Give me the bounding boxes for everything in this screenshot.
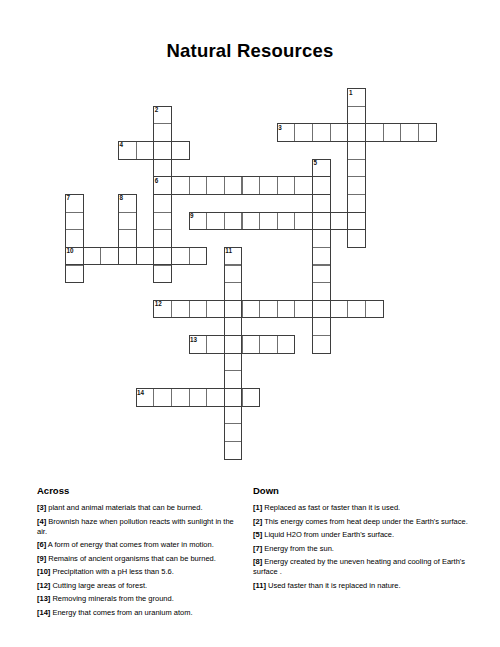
clue-down-7: [7] Energy from the sun. [253, 544, 469, 554]
grid-cell[interactable] [206, 300, 225, 319]
grid-cell[interactable] [242, 388, 261, 407]
clue-label: [10] [37, 567, 50, 576]
clue-text: A form of energy that comes from water i… [48, 540, 214, 549]
grid-cell[interactable] [153, 212, 172, 231]
grid-cell[interactable] [312, 265, 331, 284]
clue-label: [7] [253, 544, 262, 553]
grid-cell[interactable] [365, 123, 384, 142]
grid-cell[interactable] [153, 229, 172, 248]
grid-cell[interactable] [312, 159, 331, 178]
grid-cell[interactable] [224, 317, 243, 336]
grid-cell[interactable] [312, 194, 331, 213]
grid-cell[interactable] [224, 247, 243, 266]
grid-cell[interactable] [118, 194, 137, 213]
grid-cell[interactable] [171, 141, 190, 160]
clue-text: Energy created by the uneven heating and… [253, 557, 465, 576]
grid-cell[interactable] [136, 141, 155, 160]
grid-cell[interactable] [312, 300, 331, 319]
page: Natural Resources 1234567891011121314 Ac… [0, 0, 500, 647]
clue-across-6: [6] A form of energy that comes from wat… [37, 540, 245, 550]
grid-cell[interactable] [259, 212, 278, 231]
grid-cell[interactable] [118, 247, 137, 266]
grid-cell[interactable] [189, 335, 208, 354]
grid-cell[interactable] [259, 176, 278, 195]
grid-cell[interactable] [171, 388, 190, 407]
grid-cell[interactable] [312, 335, 331, 354]
clue-down-5: [5] Liquid H2O from under Earth's surfac… [253, 530, 469, 540]
grid-cell[interactable] [189, 176, 208, 195]
grid-cell[interactable] [118, 141, 137, 160]
clue-text: Energy that comes from an uranium atom. [52, 608, 192, 617]
grid-cell[interactable] [277, 212, 296, 231]
grid-cell[interactable] [312, 317, 331, 336]
clue-label: [4] [37, 517, 46, 526]
grid-cell[interactable] [65, 194, 84, 213]
grid-cell[interactable] [312, 229, 331, 248]
grid-cell[interactable] [312, 212, 331, 231]
grid-cell[interactable] [347, 141, 366, 160]
grid-cell[interactable] [189, 212, 208, 231]
across-header: Across [37, 486, 245, 496]
grid-cell[interactable] [153, 123, 172, 142]
grid-cell[interactable] [153, 159, 172, 178]
grid-cell[interactable] [224, 176, 243, 195]
grid-cell[interactable] [224, 406, 243, 425]
puzzle-title: Natural Resources [0, 40, 500, 62]
clue-text: Liquid H2O from under Earth's surface. [264, 530, 394, 539]
grid-cell[interactable] [206, 388, 225, 407]
grid-cell[interactable] [224, 265, 243, 284]
grid-cell[interactable] [224, 370, 243, 389]
grid-cell[interactable] [383, 123, 402, 142]
clue-text: Replaced as fast or faster than it is us… [264, 503, 400, 512]
clue-label: [9] [37, 554, 46, 563]
grid-cell[interactable] [330, 300, 349, 319]
grid-cell[interactable] [153, 265, 172, 284]
grid-cell[interactable] [224, 212, 243, 231]
grid-cell[interactable] [242, 300, 261, 319]
grid-cell[interactable] [224, 423, 243, 442]
grid-cell[interactable] [65, 265, 84, 284]
grid-cell[interactable] [259, 300, 278, 319]
grid-cell[interactable] [224, 353, 243, 372]
grid-cell[interactable] [83, 247, 102, 266]
grid-cell[interactable] [153, 106, 172, 125]
grid-cell[interactable] [347, 88, 366, 107]
grid-cell[interactable] [224, 388, 243, 407]
grid-cell[interactable] [171, 176, 190, 195]
grid-cell[interactable] [118, 212, 137, 231]
clue-text: This energy comes from heat deep under t… [264, 517, 468, 526]
grid-cell[interactable] [347, 106, 366, 125]
grid-cell[interactable] [189, 247, 208, 266]
clue-label: [11] [253, 581, 266, 590]
clue-label: [14] [37, 608, 50, 617]
grid-cell[interactable] [100, 247, 119, 266]
grid-cell[interactable] [277, 300, 296, 319]
grid-cell[interactable] [65, 212, 84, 231]
grid-cell[interactable] [65, 229, 84, 248]
clue-across-14: [14] Energy that comes from an uranium a… [37, 608, 245, 618]
clue-label: [2] [253, 517, 262, 526]
grid-cell[interactable] [294, 212, 313, 231]
grid-cell[interactable] [242, 176, 261, 195]
grid-cell[interactable] [294, 176, 313, 195]
grid-cell[interactable] [224, 335, 243, 354]
clue-across-10: [10] Precipitation with a pH less than 5… [37, 567, 245, 577]
grid-cell[interactable] [277, 123, 296, 142]
clue-text: Removing minerals from the ground. [52, 594, 173, 603]
clue-across-12: [12] Cutting large areas of forest. [37, 581, 245, 591]
clue-down-2: [2] This energy comes from heat deep und… [253, 517, 469, 527]
grid-cell[interactable] [312, 123, 331, 142]
grid-cell[interactable] [65, 247, 84, 266]
clue-text: Precipitation with a pH less than 5.6. [52, 567, 173, 576]
grid-cell[interactable] [206, 176, 225, 195]
grid-cell[interactable] [347, 300, 366, 319]
grid-cell[interactable] [347, 123, 366, 142]
grid-cell[interactable] [330, 212, 349, 231]
grid-cell[interactable] [347, 176, 366, 195]
grid-cell[interactable] [206, 212, 225, 231]
grid-cell[interactable] [400, 123, 419, 142]
clue-label: [1] [253, 503, 262, 512]
grid-cell[interactable] [136, 247, 155, 266]
clue-down-8: [8] Energy created by the uneven heating… [253, 557, 469, 577]
grid-cell[interactable] [294, 123, 313, 142]
grid-cell[interactable] [277, 335, 296, 354]
clue-across-9: [9] Remains of ancient organisms that ca… [37, 554, 245, 564]
clue-text: Brownish haze when pollution reacts with… [37, 517, 234, 536]
clue-text: Remains of ancient organisms that can be… [48, 554, 216, 563]
grid-cell[interactable] [118, 229, 137, 248]
clue-across-4: [4] Brownish haze when pollution reacts … [37, 517, 245, 537]
grid-cell[interactable] [347, 194, 366, 213]
clue-label: [8] [253, 557, 262, 566]
grid-cell[interactable] [294, 300, 313, 319]
clue-label: [6] [37, 540, 46, 549]
clue-text: Cutting large areas of forest. [52, 581, 147, 590]
grid-cell[interactable] [224, 282, 243, 301]
grid-cell[interactable] [153, 247, 172, 266]
clue-label: [3] [37, 503, 46, 512]
clue-across-3: [3] plant and animal materials that can … [37, 503, 245, 513]
grid-cell[interactable] [136, 388, 155, 407]
clue-text: Energy from the sun. [264, 544, 334, 553]
grid-cell[interactable] [224, 300, 243, 319]
grid-cell[interactable] [347, 212, 366, 231]
clue-text: plant and animal materials that can be b… [48, 503, 202, 512]
grid-cell[interactable] [153, 141, 172, 160]
grid-cell[interactable] [365, 300, 384, 319]
grid-cell[interactable] [153, 176, 172, 195]
grid-cell[interactable] [189, 388, 208, 407]
grid-cell[interactable] [224, 441, 243, 460]
grid-cell[interactable] [312, 247, 331, 266]
crossword-grid: 1234567891011121314 [65, 88, 437, 460]
clue-label: [5] [253, 530, 262, 539]
down-header: Down [253, 486, 469, 496]
grid-cell[interactable] [259, 335, 278, 354]
grid-cell[interactable] [347, 229, 366, 248]
grid-cell[interactable] [206, 335, 225, 354]
grid-cell[interactable] [312, 282, 331, 301]
grid-cell[interactable] [171, 300, 190, 319]
grid-cell[interactable] [242, 212, 261, 231]
grid-cell[interactable] [153, 388, 172, 407]
grid-cell[interactable] [242, 335, 261, 354]
clue-across-13: [13] Removing minerals from the ground. [37, 594, 245, 604]
clue-text: Used faster than it is replaced in natur… [268, 581, 401, 590]
clue-down-11: [11] Used faster than it is replaced in … [253, 581, 469, 591]
clue-label: [12] [37, 581, 50, 590]
down-clues: Down [1] Replaced as fast or faster than… [253, 486, 469, 594]
grid-cell[interactable] [347, 159, 366, 178]
grid-cell[interactable] [312, 176, 331, 195]
across-clues: Across [3] plant and animal materials th… [37, 486, 245, 621]
grid-cell[interactable] [277, 176, 296, 195]
grid-cell[interactable] [418, 123, 437, 142]
grid-cell[interactable] [330, 123, 349, 142]
grid-cell[interactable] [171, 247, 190, 266]
grid-cell[interactable] [153, 300, 172, 319]
grid-cell[interactable] [153, 194, 172, 213]
clue-label: [13] [37, 594, 50, 603]
clue-down-1: [1] Replaced as fast or faster than it i… [253, 503, 469, 513]
grid-cell[interactable] [189, 300, 208, 319]
